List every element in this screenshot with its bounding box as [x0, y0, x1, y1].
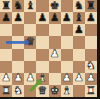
square-a6[interactable]	[0, 24, 12, 36]
square-e7[interactable]: ♟	[49, 12, 61, 24]
square-a4[interactable]	[0, 49, 12, 61]
square-d5[interactable]	[36, 36, 48, 48]
square-h6[interactable]	[85, 24, 97, 36]
square-b7[interactable]: ♟	[12, 12, 24, 24]
square-f1[interactable]: ♝	[61, 85, 73, 97]
square-h1[interactable]: ♜	[85, 85, 97, 97]
piece-white-knight-b1[interactable]: ♞	[12, 85, 24, 97]
piece-black-pawn-g6[interactable]: ♟	[73, 24, 85, 36]
square-g4[interactable]	[73, 49, 85, 61]
square-e6[interactable]	[49, 24, 61, 36]
square-b5[interactable]	[12, 36, 24, 48]
piece-black-pawn-h7[interactable]: ♟	[85, 12, 97, 24]
piece-black-queen-c5[interactable]: ♛	[24, 36, 36, 48]
square-c5[interactable]: ♛	[24, 36, 36, 48]
square-d6[interactable]	[36, 24, 48, 36]
square-a1[interactable]: ♜	[0, 85, 12, 97]
piece-white-rook-h1[interactable]: ♜	[85, 85, 97, 97]
square-c4[interactable]	[24, 49, 36, 61]
piece-white-king-e1[interactable]: ♚	[49, 85, 61, 97]
square-e3[interactable]	[49, 61, 61, 73]
square-a5[interactable]	[0, 36, 12, 48]
square-g2[interactable]: ♟	[73, 73, 85, 85]
piece-white-pawn-g2[interactable]: ♟	[73, 73, 85, 85]
piece-black-pawn-a7[interactable]: ♟	[0, 12, 12, 24]
chess-board: ♜♞♝♚♞♜♟♟♟♟♟♝♟♟♛♟♞♟♟♟♝♟♟♟♜♞♛♚♝♜	[0, 0, 97, 97]
square-f7[interactable]: ♟	[61, 12, 73, 24]
square-b1[interactable]: ♞	[12, 85, 24, 97]
square-c7[interactable]	[24, 12, 36, 24]
piece-white-bishop-f1[interactable]: ♝	[61, 85, 73, 97]
piece-white-rook-a1[interactable]: ♜	[0, 85, 12, 97]
square-g6[interactable]: ♟	[73, 24, 85, 36]
square-e4[interactable]: ♟	[49, 49, 61, 61]
square-c8[interactable]: ♝	[24, 0, 36, 12]
piece-white-pawn-c2[interactable]: ♟	[24, 73, 36, 85]
piece-white-queen-d1[interactable]: ♛	[36, 85, 48, 97]
square-d4[interactable]	[36, 49, 48, 61]
square-g5[interactable]	[73, 36, 85, 48]
square-h7[interactable]: ♟	[85, 12, 97, 24]
square-f5[interactable]	[61, 36, 73, 48]
piece-black-pawn-f7[interactable]: ♟	[61, 12, 73, 24]
square-c2[interactable]: ♟	[24, 73, 36, 85]
piece-white-pawn-e4[interactable]: ♟	[49, 49, 61, 61]
square-c1[interactable]	[24, 85, 36, 97]
piece-black-pawn-b7[interactable]: ♟	[12, 12, 24, 24]
piece-black-bishop-c8[interactable]: ♝	[24, 0, 36, 12]
square-e1[interactable]: ♚	[49, 85, 61, 97]
square-f4[interactable]	[61, 49, 73, 61]
square-b4[interactable]	[12, 49, 24, 61]
square-f6[interactable]	[61, 24, 73, 36]
piece-black-pawn-e7[interactable]: ♟	[49, 12, 61, 24]
square-b6[interactable]	[12, 24, 24, 36]
square-h5[interactable]	[85, 36, 97, 48]
square-g1[interactable]	[73, 85, 85, 97]
piece-black-pawn-d7[interactable]: ♟	[36, 12, 48, 24]
square-a7[interactable]: ♟	[0, 12, 12, 24]
board-grid: ♜♞♝♚♞♜♟♟♟♟♟♝♟♟♛♟♞♟♟♟♝♟♟♟♜♞♛♚♝♜	[0, 0, 97, 97]
square-d1[interactable]: ♛	[36, 85, 48, 97]
square-d7[interactable]: ♟	[36, 12, 48, 24]
